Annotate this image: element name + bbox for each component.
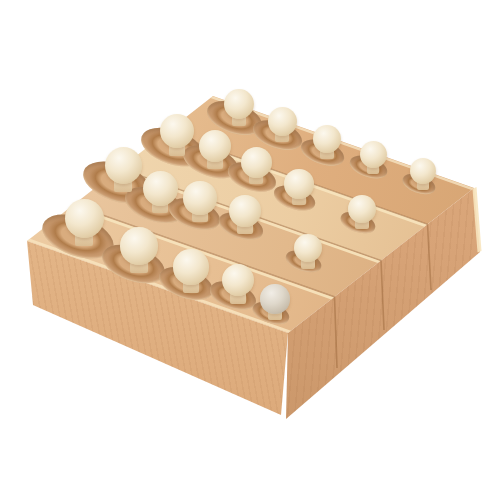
- knob-cylinder: [65, 199, 104, 248]
- knob-cylinder: [260, 284, 289, 321]
- knob-cylinder: [241, 147, 272, 186]
- knob-cylinder: [199, 130, 231, 171]
- knob-cylinder: [160, 114, 194, 157]
- knob-cylinder: [313, 125, 341, 160]
- knob-ball: [241, 147, 272, 178]
- knob-ball: [105, 147, 142, 184]
- product-photo-canvas: [0, 0, 500, 500]
- knob-cylinder: [222, 264, 255, 305]
- knob-ball: [284, 169, 314, 199]
- knob-ball: [173, 249, 208, 284]
- knob-cylinder: [173, 249, 208, 293]
- knob-cylinder: [229, 195, 260, 234]
- knob-cylinder: [120, 227, 157, 274]
- knob-cylinder: [294, 234, 323, 270]
- knob-ball: [222, 264, 255, 297]
- knob-ball: [120, 227, 157, 264]
- knob-ball: [199, 130, 231, 162]
- knob-ball: [360, 141, 387, 168]
- knob-cylinder: [268, 107, 297, 143]
- knob-ball: [410, 158, 436, 184]
- knob-ball: [294, 234, 323, 263]
- knob-ball: [183, 181, 216, 214]
- knob-ball: [348, 195, 376, 223]
- knob-ball: [143, 171, 178, 206]
- knob-cylinder: [410, 158, 436, 191]
- knob-cylinder: [143, 171, 178, 215]
- knob-ball: [160, 114, 194, 148]
- montessori-cylinder-blocks-toy: [0, 0, 500, 500]
- knob-ball: [268, 107, 297, 136]
- knob-cylinder: [183, 181, 216, 223]
- knob-cylinder: [224, 89, 254, 127]
- knob-ball: [313, 125, 341, 153]
- knob-cylinder: [284, 169, 314, 206]
- knob-ball: [65, 199, 104, 238]
- knob-ball: [224, 89, 254, 119]
- knob-cylinder: [360, 141, 387, 175]
- knob-cylinder: [348, 195, 376, 230]
- knob-ball-gray: [260, 284, 289, 313]
- knob-cylinder: [105, 147, 142, 193]
- knob-ball: [229, 195, 260, 226]
